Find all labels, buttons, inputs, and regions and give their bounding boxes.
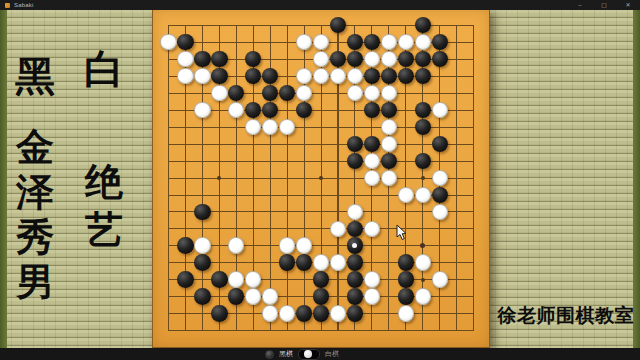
white-stone[interactable] <box>347 204 363 220</box>
white-stone[interactable] <box>177 68 193 84</box>
black-stone[interactable] <box>194 254 210 270</box>
go-board[interactable] <box>152 9 490 348</box>
tatami-edge-right <box>633 10 640 348</box>
white-stone[interactable] <box>415 288 431 304</box>
white-stone[interactable] <box>432 170 448 186</box>
white-stone[interactable] <box>364 271 380 287</box>
white-stone[interactable] <box>194 68 210 84</box>
black-stone[interactable] <box>279 254 295 270</box>
toolbar-black-name: 黑棋 <box>279 348 293 360</box>
black-stone[interactable] <box>347 221 363 237</box>
black-stone[interactable] <box>177 271 193 287</box>
white-stone[interactable] <box>279 237 295 253</box>
white-stone[interactable] <box>364 170 380 186</box>
white-stone[interactable] <box>415 254 431 270</box>
white-player-name: 绝艺 <box>85 158 123 254</box>
white-stone[interactable] <box>211 85 227 101</box>
mouse-cursor-icon <box>396 224 408 241</box>
toolbar-white-name: 白棋 <box>325 348 339 360</box>
white-stone[interactable] <box>160 34 176 50</box>
white-stone[interactable] <box>262 288 278 304</box>
star-point <box>421 176 425 180</box>
white-stone[interactable] <box>415 187 431 203</box>
black-stone[interactable] <box>177 237 193 253</box>
maximize-button[interactable]: ▢ <box>592 0 616 10</box>
black-stone[interactable] <box>194 51 210 67</box>
black-stone[interactable] <box>228 288 244 304</box>
white-stone[interactable] <box>194 102 210 118</box>
black-stone[interactable] <box>313 305 329 321</box>
black-stone[interactable] <box>211 271 227 287</box>
classroom-watermark: 徐老师围棋教室 <box>498 303 635 329</box>
black-stone[interactable] <box>211 51 227 67</box>
white-player-column: 白 绝艺 <box>84 48 124 254</box>
white-stone[interactable] <box>245 271 261 287</box>
window-title: Sabaki <box>14 2 34 8</box>
white-stone[interactable] <box>279 305 295 321</box>
white-stone[interactable] <box>364 153 380 169</box>
black-stone[interactable] <box>347 271 363 287</box>
tatami-edge-left <box>0 10 7 348</box>
white-stone[interactable] <box>194 237 210 253</box>
black-stone[interactable] <box>347 153 363 169</box>
black-stone[interactable] <box>398 271 414 287</box>
black-stone[interactable] <box>415 102 431 118</box>
black-stone[interactable] <box>313 288 329 304</box>
close-button[interactable]: ✕ <box>616 0 640 10</box>
black-stone[interactable] <box>398 254 414 270</box>
white-stone[interactable] <box>381 136 397 152</box>
white-stone[interactable] <box>381 119 397 135</box>
white-stone[interactable] <box>432 204 448 220</box>
black-stone[interactable] <box>398 288 414 304</box>
turn-toggle-knob <box>304 350 312 358</box>
white-stone[interactable] <box>296 237 312 253</box>
black-stone[interactable] <box>211 305 227 321</box>
black-stone[interactable] <box>313 271 329 287</box>
black-stone[interactable] <box>347 305 363 321</box>
black-stone[interactable] <box>364 136 380 152</box>
white-stone[interactable] <box>330 254 346 270</box>
white-stone[interactable] <box>398 305 414 321</box>
white-stone[interactable] <box>432 102 448 118</box>
black-stone[interactable] <box>415 119 431 135</box>
black-player-name: 金泽秀男 <box>16 125 54 305</box>
white-stone[interactable] <box>330 221 346 237</box>
white-stone[interactable] <box>432 271 448 287</box>
white-stone[interactable] <box>364 288 380 304</box>
minimize-button[interactable]: – <box>568 0 592 10</box>
black-player-column: 黑 金泽秀男 <box>15 55 55 305</box>
sabaki-app-icon <box>5 3 10 8</box>
white-stone[interactable] <box>364 221 380 237</box>
bottom-toolbar: 黑棋 白棋 <box>0 348 640 360</box>
star-point <box>319 176 323 180</box>
black-stone[interactable] <box>432 136 448 152</box>
title-bar: Sabaki – ▢ ✕ <box>0 0 640 10</box>
white-stone[interactable] <box>330 305 346 321</box>
turn-toggle[interactable] <box>298 349 320 360</box>
black-stone[interactable] <box>296 254 312 270</box>
black-stone[interactable] <box>177 34 193 50</box>
white-stone[interactable] <box>381 170 397 186</box>
white-stone[interactable] <box>398 187 414 203</box>
white-stone[interactable] <box>313 254 329 270</box>
players-panel: 黑 金泽秀男 白 绝艺 <box>7 10 152 348</box>
black-stone[interactable] <box>194 288 210 304</box>
black-stone[interactable] <box>381 153 397 169</box>
black-stone[interactable] <box>347 288 363 304</box>
white-stone[interactable] <box>245 288 261 304</box>
black-stone[interactable] <box>211 68 227 84</box>
white-stone[interactable] <box>228 271 244 287</box>
black-stone-icon <box>265 350 274 359</box>
black-stone[interactable] <box>296 305 312 321</box>
black-stone[interactable] <box>432 187 448 203</box>
white-stone[interactable] <box>262 305 278 321</box>
black-stone[interactable] <box>415 153 431 169</box>
black-label: 黑 <box>15 55 55 99</box>
black-stone[interactable] <box>194 204 210 220</box>
black-stone[interactable] <box>347 254 363 270</box>
white-stone[interactable] <box>177 51 193 67</box>
star-point <box>421 278 425 282</box>
white-label: 白 <box>84 48 124 92</box>
